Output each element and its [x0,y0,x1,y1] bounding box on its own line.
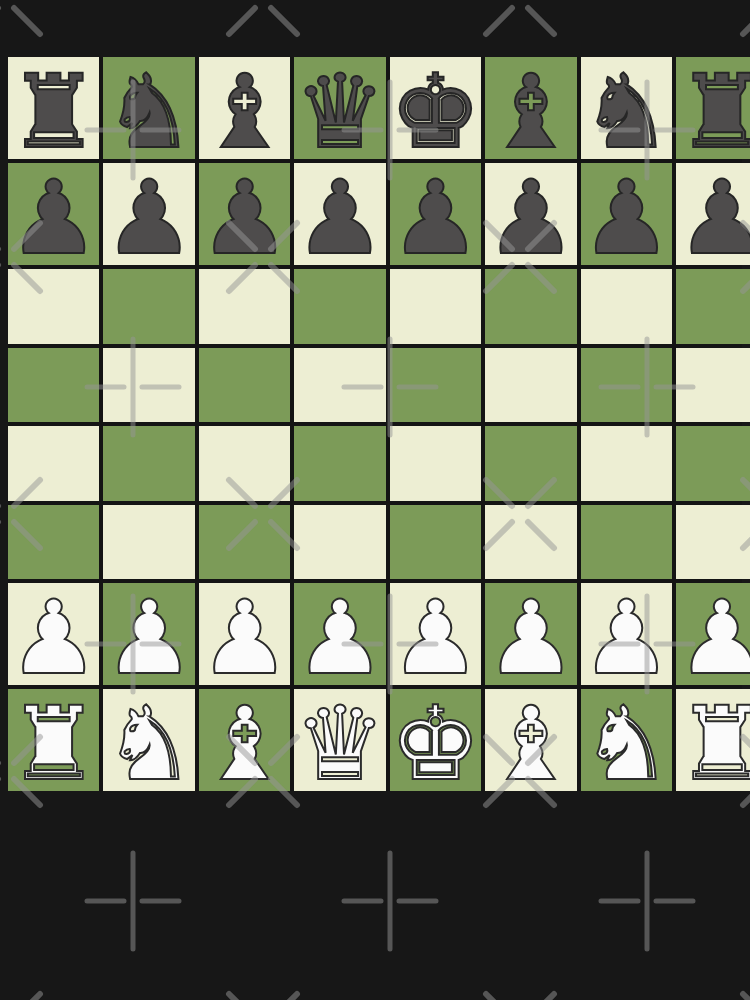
watermark-plus-icon [344,853,436,949]
square-b6[interactable] [103,269,194,344]
piece-white-pawn: ♟ [485,587,576,689]
square-a1[interactable]: ♜ [8,689,99,791]
square-b8[interactable]: ♞ [103,57,194,159]
square-e3[interactable] [390,505,481,580]
piece-white-bishop: ♝ [199,693,290,795]
square-d2[interactable]: ♟ [294,583,385,685]
piece-white-pawn: ♟ [8,587,99,689]
piece-black-bishop: ♝ [199,61,290,163]
piece-white-pawn: ♟ [581,587,672,689]
piece-black-pawn: ♟ [294,167,385,269]
square-c8[interactable]: ♝ [199,57,290,159]
square-e1[interactable]: ♚ [390,689,481,791]
square-c6[interactable] [199,269,290,344]
square-g2[interactable]: ♟ [581,583,672,685]
piece-black-knight: ♞ [103,61,194,163]
piece-black-queen: ♛ [294,61,385,163]
piece-white-knight: ♞ [581,693,672,795]
square-e6[interactable] [390,269,481,344]
piece-white-pawn: ♟ [390,587,481,689]
square-b4[interactable] [103,426,194,501]
piece-black-knight: ♞ [581,61,672,163]
piece-black-rook: ♜ [676,61,750,163]
piece-black-pawn: ♟ [581,167,672,269]
square-f8[interactable]: ♝ [485,57,576,159]
square-f6[interactable] [485,269,576,344]
square-d6[interactable] [294,269,385,344]
piece-white-pawn: ♟ [676,587,750,689]
watermark-x-icon [743,994,750,1000]
square-c3[interactable] [199,505,290,580]
square-g8[interactable]: ♞ [581,57,672,159]
piece-white-rook: ♜ [676,693,750,795]
piece-black-pawn: ♟ [676,167,750,269]
square-b2[interactable]: ♟ [103,583,194,685]
piece-black-pawn: ♟ [390,167,481,269]
piece-black-king: ♚ [390,61,481,163]
piece-black-pawn: ♟ [199,167,290,269]
square-d5[interactable] [294,348,385,423]
square-h5[interactable] [676,348,750,423]
square-b3[interactable] [103,505,194,580]
square-e7[interactable]: ♟ [390,163,481,265]
square-a5[interactable] [8,348,99,423]
square-e2[interactable]: ♟ [390,583,481,685]
square-h2[interactable]: ♟ [676,583,750,685]
square-d7[interactable]: ♟ [294,163,385,265]
square-g7[interactable]: ♟ [581,163,672,265]
watermark-x-icon [743,0,750,34]
watermark-x-icon [0,0,40,34]
piece-white-pawn: ♟ [294,587,385,689]
square-g3[interactable] [581,505,672,580]
square-b7[interactable]: ♟ [103,163,194,265]
piece-white-bishop: ♝ [485,693,576,795]
chess-board: ♜♞♝♛♚♝♞♜♟♟♟♟♟♟♟♟♟♟♟♟♟♟♟♟♜♞♝♛♚♝♞♜ [8,57,742,791]
square-c2[interactable]: ♟ [199,583,290,685]
square-a4[interactable] [8,426,99,501]
page-background: ♜♞♝♛♚♝♞♜♟♟♟♟♟♟♟♟♟♟♟♟♟♟♟♟♜♞♝♛♚♝♞♜ [0,0,750,1000]
square-f7[interactable]: ♟ [485,163,576,265]
square-g4[interactable] [581,426,672,501]
square-e5[interactable] [390,348,481,423]
square-a3[interactable] [8,505,99,580]
watermark-plus-icon [601,853,693,949]
square-d8[interactable]: ♛ [294,57,385,159]
watermark-x-icon [229,994,297,1000]
square-f4[interactable] [485,426,576,501]
piece-black-pawn: ♟ [485,167,576,269]
square-f5[interactable] [485,348,576,423]
square-c4[interactable] [199,426,290,501]
square-a7[interactable]: ♟ [8,163,99,265]
square-a2[interactable]: ♟ [8,583,99,685]
square-h1[interactable]: ♜ [676,689,750,791]
square-g6[interactable] [581,269,672,344]
square-d3[interactable] [294,505,385,580]
piece-white-knight: ♞ [103,693,194,795]
square-h8[interactable]: ♜ [676,57,750,159]
watermark-x-icon [486,0,554,34]
square-b5[interactable] [103,348,194,423]
square-d1[interactable]: ♛ [294,689,385,791]
watermark-x-icon [486,994,554,1000]
piece-black-pawn: ♟ [8,167,99,269]
watermark-x-icon [0,994,40,1000]
square-h6[interactable] [676,269,750,344]
square-f2[interactable]: ♟ [485,583,576,685]
piece-black-bishop: ♝ [485,61,576,163]
square-c5[interactable] [199,348,290,423]
watermark-x-icon [229,0,297,34]
piece-white-king: ♚ [390,693,481,795]
square-h3[interactable] [676,505,750,580]
square-c1[interactable]: ♝ [199,689,290,791]
square-d4[interactable] [294,426,385,501]
square-h7[interactable]: ♟ [676,163,750,265]
square-h4[interactable] [676,426,750,501]
square-f3[interactable] [485,505,576,580]
watermark-plus-icon [87,853,179,949]
piece-white-pawn: ♟ [103,587,194,689]
square-c7[interactable]: ♟ [199,163,290,265]
square-e4[interactable] [390,426,481,501]
square-e8[interactable]: ♚ [390,57,481,159]
piece-white-rook: ♜ [8,693,99,795]
square-a6[interactable] [8,269,99,344]
piece-white-queen: ♛ [294,693,385,795]
square-f1[interactable]: ♝ [485,689,576,791]
piece-black-pawn: ♟ [103,167,194,269]
square-a8[interactable]: ♜ [8,57,99,159]
piece-white-pawn: ♟ [199,587,290,689]
piece-black-rook: ♜ [8,61,99,163]
square-g5[interactable] [581,348,672,423]
square-g1[interactable]: ♞ [581,689,672,791]
square-b1[interactable]: ♞ [103,689,194,791]
